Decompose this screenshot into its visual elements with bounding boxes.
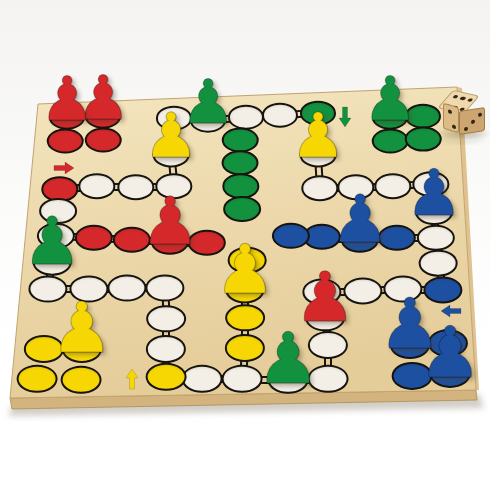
board-photo-scene: ♟♟♟♟♟♟♟♟♟♟♟♟♟♟♟♟ <box>0 0 490 490</box>
green-pawn-2[interactable]: ♟ <box>256 323 320 394</box>
die-face-front_left-2 <box>443 103 459 134</box>
red-pawn-0[interactable]: ♟ <box>40 68 95 129</box>
track-cell-31 <box>145 274 184 301</box>
blue-pawn-3[interactable]: ♟ <box>330 187 389 253</box>
track-cell-29 <box>146 335 186 363</box>
track-cell-1 <box>78 173 115 199</box>
yellow-pawn-2[interactable]: ♟ <box>290 105 346 167</box>
yellow-home-cell-2 <box>17 365 58 393</box>
red-pawn-3[interactable]: ♟ <box>140 189 199 255</box>
track-cell-27 <box>182 365 223 393</box>
green-pawn-3[interactable]: ♟ <box>22 209 81 275</box>
green-goal-cell-3 <box>223 196 261 222</box>
yellow-pawn-1[interactable]: ♟ <box>143 105 199 167</box>
yellow-start-arrow <box>126 368 139 390</box>
yellow-pawn-3[interactable]: ♟ <box>215 236 276 304</box>
yellow-start-cell <box>146 363 187 391</box>
red-start-arrow <box>53 162 75 175</box>
track-cell-30 <box>146 305 186 332</box>
track-cell-17 <box>419 250 458 277</box>
die-pip <box>471 119 475 124</box>
blue-pawn-2[interactable]: ♟ <box>405 161 462 225</box>
die-pip <box>448 109 452 114</box>
green-pawn-0[interactable]: ♟ <box>363 68 418 129</box>
die-pip <box>452 124 456 129</box>
wooden-die[interactable] <box>441 86 489 138</box>
die-pip <box>452 95 459 99</box>
die-face-front_right-3 <box>459 107 485 135</box>
green-goal-cell-1 <box>222 150 259 175</box>
die-pip <box>464 126 468 131</box>
die-pip <box>459 96 466 100</box>
die-pip <box>467 98 474 102</box>
green-goal-cell-2 <box>222 173 259 199</box>
yellow-pawn-0[interactable]: ♟ <box>51 293 114 363</box>
yellow-home-cell-3 <box>61 366 102 394</box>
blue-pawn-1[interactable]: ♟ <box>418 317 482 388</box>
die-pip <box>478 112 482 117</box>
